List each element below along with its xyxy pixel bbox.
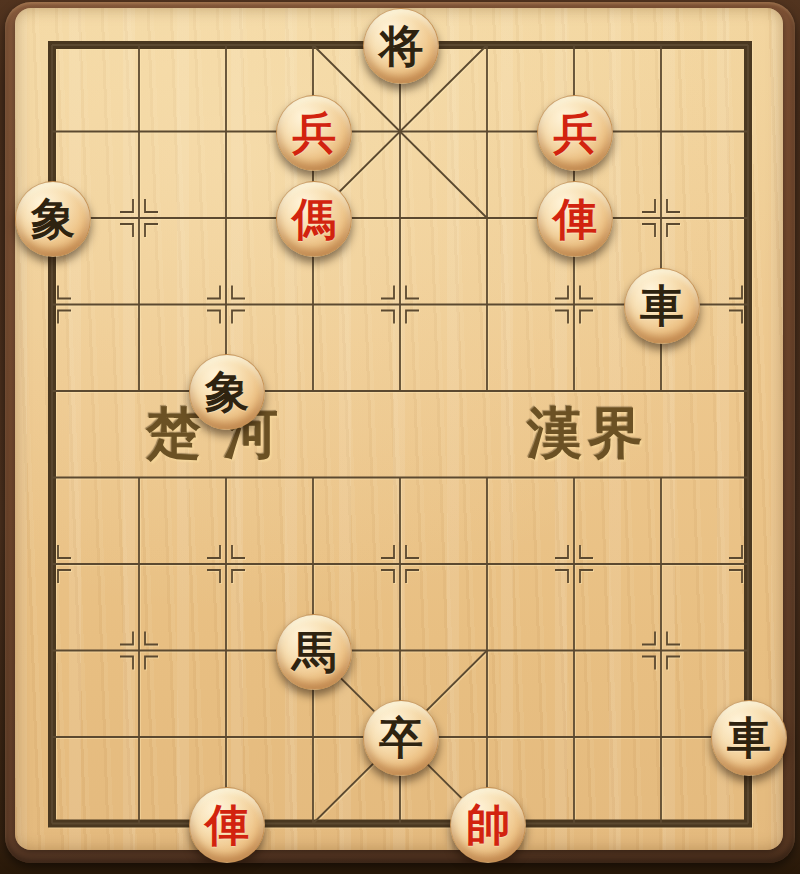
- piece-black-elephant[interactable]: 象: [15, 181, 91, 257]
- piece-glyph: 象: [31, 182, 75, 256]
- piece-glyph: 帥: [466, 788, 510, 862]
- piece-black-elephant[interactable]: 象: [189, 354, 265, 430]
- piece-red-chariot[interactable]: 俥: [189, 787, 265, 863]
- piece-glyph: 卒: [379, 701, 423, 775]
- piece-black-general[interactable]: 将: [363, 8, 439, 84]
- piece-glyph: 馬: [292, 615, 336, 689]
- piece-glyph: 車: [727, 701, 771, 775]
- piece-red-chariot[interactable]: 俥: [537, 181, 613, 257]
- piece-red-soldier[interactable]: 兵: [276, 95, 352, 171]
- piece-glyph: 俥: [205, 788, 249, 862]
- piece-black-soldier[interactable]: 卒: [363, 700, 439, 776]
- piece-black-horse[interactable]: 馬: [276, 614, 352, 690]
- piece-glyph: 兵: [292, 96, 336, 170]
- xiangqi-app: 楚河 漢界 将兵兵象傌俥車象馬卒車俥帥: [0, 0, 800, 874]
- piece-glyph: 象: [205, 355, 249, 429]
- piece-red-horse[interactable]: 傌: [276, 181, 352, 257]
- piece-red-soldier[interactable]: 兵: [537, 95, 613, 171]
- piece-glyph: 車: [640, 269, 684, 343]
- piece-glyph: 傌: [292, 182, 336, 256]
- piece-glyph: 俥: [553, 182, 597, 256]
- piece-glyph: 将: [379, 9, 423, 83]
- piece-glyph: 兵: [553, 96, 597, 170]
- river-label-han: 漢界: [527, 397, 649, 471]
- piece-black-chariot[interactable]: 車: [624, 268, 700, 344]
- piece-red-general[interactable]: 帥: [450, 787, 526, 863]
- piece-black-chariot[interactable]: 車: [711, 700, 787, 776]
